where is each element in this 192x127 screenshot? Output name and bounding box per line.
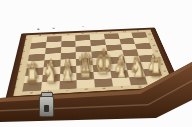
piece-black-pawn-h7: ♟: [127, 0, 157, 41]
piece-black-pawn-b7: ♟: [38, 0, 68, 46]
piece-white-king-e1: ♚: [86, 0, 122, 84]
piece-white-bishop-c1: ♝: [50, 0, 86, 86]
file-label-far-h: h: [135, 30, 141, 32]
piece-black-pawn-f7: ♟: [98, 0, 128, 43]
rank-label-right-5: 5: [153, 50, 159, 52]
piece-white-pawn-a2: ♟: [15, 2, 50, 81]
piece-black-pawn-e7: ♟: [83, 0, 113, 43]
rank-label-right-8: 8: [147, 34, 153, 36]
piece-white-queen-d1: ♛: [68, 0, 104, 85]
piece-white-pawn-c2: ♟: [51, 0, 86, 78]
file-label-far-f: f: [108, 32, 114, 34]
rank-label-left-7: 7: [21, 45, 27, 47]
file-label-far-c: c: [66, 34, 71, 36]
piece-white-pawn-d2: ♟: [68, 0, 103, 77]
piece-white-pawn-b2: ♟: [33, 1, 68, 79]
rank-label-right-6: 6: [151, 44, 157, 46]
piece-white-rook-a1: ♜: [14, 7, 50, 88]
file-label-far-e: e: [94, 32, 100, 34]
piece-white-bishop-f1: ♝: [103, 0, 139, 83]
chess-set-photo: aabbccddeeffgghh1122334455667788 ♜♞♝♛♚♝♞…: [0, 0, 192, 127]
file-label-far-d: d: [80, 33, 85, 35]
rank-label-right-7: 7: [149, 39, 155, 41]
file-label-far-a: a: [37, 35, 43, 37]
piece-white-knight-b1: ♞: [32, 4, 68, 88]
file-label-far-b: b: [51, 34, 57, 36]
rank-label-left-6: 6: [20, 51, 26, 53]
piece-white-pawn-f2: ♟: [102, 0, 137, 76]
rank-label-left-8: 8: [23, 39, 29, 41]
piece-white-rook-h1: ♜: [138, 2, 173, 81]
file-label-far-g: g: [122, 31, 128, 33]
piece-white-pawn-g2: ♟: [119, 0, 153, 75]
